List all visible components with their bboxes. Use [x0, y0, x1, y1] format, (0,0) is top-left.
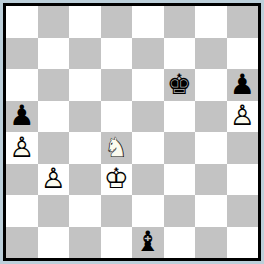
square-b5[interactable] — [38, 101, 70, 133]
square-h3[interactable] — [227, 164, 259, 196]
square-d6[interactable] — [101, 69, 133, 101]
square-a8[interactable] — [6, 6, 38, 38]
square-g4[interactable] — [195, 132, 227, 164]
square-f5[interactable] — [164, 101, 196, 133]
chessboard: ♚♟♟♟♙♟♙♞♘♟♙♚♔♝ — [6, 6, 258, 258]
square-d3[interactable]: ♚♔ — [101, 164, 133, 196]
square-f8[interactable] — [164, 6, 196, 38]
square-f1[interactable] — [164, 227, 196, 259]
square-e5[interactable] — [132, 101, 164, 133]
square-e6[interactable] — [132, 69, 164, 101]
square-h7[interactable] — [227, 38, 259, 70]
square-g1[interactable] — [195, 227, 227, 259]
square-b6[interactable] — [38, 69, 70, 101]
square-c8[interactable] — [69, 6, 101, 38]
square-f7[interactable] — [164, 38, 196, 70]
square-g2[interactable] — [195, 195, 227, 227]
square-c4[interactable] — [69, 132, 101, 164]
square-c7[interactable] — [69, 38, 101, 70]
square-h5[interactable]: ♟♙ — [227, 101, 259, 133]
square-a4[interactable]: ♟♙ — [6, 132, 38, 164]
square-g5[interactable] — [195, 101, 227, 133]
square-h1[interactable] — [227, 227, 259, 259]
square-a3[interactable] — [6, 164, 38, 196]
square-b4[interactable] — [38, 132, 70, 164]
white-pawn-piece: ♟♙ — [6, 132, 38, 164]
square-g8[interactable] — [195, 6, 227, 38]
white-pawn-piece: ♟♙ — [227, 101, 259, 133]
white-pawn-piece: ♟♙ — [38, 164, 70, 196]
square-b7[interactable] — [38, 38, 70, 70]
white-knight-glyph-outline: ♘ — [101, 132, 133, 164]
square-a7[interactable] — [6, 38, 38, 70]
white-pawn-glyph-outline: ♙ — [227, 101, 259, 133]
black-pawn-piece: ♟ — [6, 101, 38, 133]
square-b2[interactable] — [38, 195, 70, 227]
square-f6[interactable]: ♚ — [164, 69, 196, 101]
square-e4[interactable] — [132, 132, 164, 164]
board-frame: ♚♟♟♟♙♟♙♞♘♟♙♚♔♝ — [3, 3, 261, 261]
square-a1[interactable] — [6, 227, 38, 259]
square-h6[interactable]: ♟ — [227, 69, 259, 101]
black-king-piece: ♚ — [164, 69, 196, 101]
square-d7[interactable] — [101, 38, 133, 70]
white-pawn-glyph-outline: ♙ — [6, 132, 38, 164]
white-king-glyph-outline: ♔ — [101, 164, 133, 196]
square-e1[interactable]: ♝ — [132, 227, 164, 259]
square-b1[interactable] — [38, 227, 70, 259]
square-c5[interactable] — [69, 101, 101, 133]
square-g6[interactable] — [195, 69, 227, 101]
square-c2[interactable] — [69, 195, 101, 227]
square-h2[interactable] — [227, 195, 259, 227]
square-e3[interactable] — [132, 164, 164, 196]
black-pawn-piece: ♟ — [227, 69, 259, 101]
white-knight-piece: ♞♘ — [101, 132, 133, 164]
square-a5[interactable]: ♟ — [6, 101, 38, 133]
square-g3[interactable] — [195, 164, 227, 196]
square-e7[interactable] — [132, 38, 164, 70]
square-h4[interactable] — [227, 132, 259, 164]
square-d5[interactable] — [101, 101, 133, 133]
square-f2[interactable] — [164, 195, 196, 227]
square-d4[interactable]: ♞♘ — [101, 132, 133, 164]
black-bishop-piece: ♝ — [132, 227, 164, 259]
square-f3[interactable] — [164, 164, 196, 196]
square-d8[interactable] — [101, 6, 133, 38]
square-h8[interactable] — [227, 6, 259, 38]
square-e2[interactable] — [132, 195, 164, 227]
square-d2[interactable] — [101, 195, 133, 227]
white-pawn-glyph-outline: ♙ — [38, 164, 70, 196]
square-c3[interactable] — [69, 164, 101, 196]
square-e8[interactable] — [132, 6, 164, 38]
square-b8[interactable] — [38, 6, 70, 38]
square-b3[interactable]: ♟♙ — [38, 164, 70, 196]
square-g7[interactable] — [195, 38, 227, 70]
square-c1[interactable] — [69, 227, 101, 259]
white-king-piece: ♚♔ — [101, 164, 133, 196]
square-a2[interactable] — [6, 195, 38, 227]
square-d1[interactable] — [101, 227, 133, 259]
square-c6[interactable] — [69, 69, 101, 101]
square-f4[interactable] — [164, 132, 196, 164]
square-a6[interactable] — [6, 69, 38, 101]
